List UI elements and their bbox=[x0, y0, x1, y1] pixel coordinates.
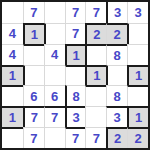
cell-r5c7[interactable] bbox=[127, 85, 148, 106]
cell-r5c5[interactable] bbox=[85, 85, 106, 106]
cell-r1c7[interactable]: 3 bbox=[127, 2, 148, 23]
cell-value: 3 bbox=[134, 6, 141, 19]
cell-value: 7 bbox=[51, 111, 58, 124]
cell-r4c6[interactable] bbox=[106, 65, 127, 86]
cell-value: 7 bbox=[72, 27, 79, 40]
cell-r6c6[interactable]: 3 bbox=[106, 106, 127, 127]
cell-r2c1[interactable]: 4 bbox=[2, 23, 23, 44]
cell-value: 1 bbox=[9, 111, 16, 124]
cell-r1c1[interactable] bbox=[2, 2, 23, 23]
cell-r2c6[interactable]: 2 bbox=[106, 23, 127, 44]
cell-value: 2 bbox=[93, 28, 100, 41]
puzzle-board: 77733417224418111668817733177722 bbox=[0, 0, 150, 150]
cell-value: 1 bbox=[9, 69, 16, 82]
cell-value: 1 bbox=[72, 49, 79, 62]
cell-r6c5[interactable] bbox=[85, 106, 106, 127]
cell-r2c3[interactable] bbox=[44, 23, 65, 44]
cell-r5c4[interactable]: 8 bbox=[65, 85, 86, 106]
cell-r1c3[interactable] bbox=[44, 2, 65, 23]
cell-value: 7 bbox=[30, 6, 37, 19]
cell-value: 8 bbox=[114, 49, 121, 62]
cell-value: 1 bbox=[93, 69, 100, 82]
cell-r1c2[interactable]: 7 bbox=[23, 2, 44, 23]
cell-value: 7 bbox=[72, 6, 79, 19]
cell-value: 4 bbox=[9, 48, 16, 61]
cell-r7c3[interactable] bbox=[44, 127, 65, 148]
cell-r5c6[interactable]: 8 bbox=[106, 85, 127, 106]
cell-value: 7 bbox=[30, 132, 37, 145]
cell-value: 4 bbox=[9, 27, 16, 40]
cell-value: 2 bbox=[114, 132, 121, 145]
cell-r4c4[interactable] bbox=[65, 65, 86, 86]
cell-r7c1[interactable] bbox=[2, 127, 23, 148]
cell-r3c5[interactable] bbox=[85, 44, 106, 65]
cell-value: 8 bbox=[72, 90, 79, 103]
cell-r7c7[interactable]: 2 bbox=[127, 127, 148, 148]
cell-r2c5[interactable]: 2 bbox=[85, 23, 106, 44]
cell-r5c2[interactable]: 6 bbox=[23, 85, 44, 106]
cell-value: 7 bbox=[93, 6, 100, 19]
cell-r6c1[interactable]: 1 bbox=[2, 106, 23, 127]
cell-r3c7[interactable] bbox=[127, 44, 148, 65]
cell-r1c5[interactable]: 7 bbox=[85, 2, 106, 23]
cell-value: 3 bbox=[72, 111, 79, 124]
cell-r4c7[interactable]: 1 bbox=[127, 65, 148, 86]
cell-value: 7 bbox=[93, 132, 100, 145]
cell-r3c4[interactable]: 1 bbox=[65, 44, 86, 65]
cell-r2c2[interactable]: 1 bbox=[23, 23, 44, 44]
cell-value: 3 bbox=[114, 111, 121, 124]
cell-value: 1 bbox=[135, 111, 142, 124]
cell-r7c2[interactable]: 7 bbox=[23, 127, 44, 148]
cell-value: 3 bbox=[114, 6, 121, 19]
cell-r1c6[interactable]: 3 bbox=[106, 2, 127, 23]
cell-r2c7[interactable] bbox=[127, 23, 148, 44]
cell-r6c3[interactable]: 7 bbox=[44, 106, 65, 127]
cell-r4c1[interactable]: 1 bbox=[2, 65, 23, 86]
cell-r3c2[interactable] bbox=[23, 44, 44, 65]
cell-r4c5[interactable]: 1 bbox=[85, 65, 106, 86]
cell-r6c7[interactable]: 1 bbox=[127, 106, 148, 127]
cell-r4c3[interactable] bbox=[44, 65, 65, 86]
cell-r2c4[interactable]: 7 bbox=[65, 23, 86, 44]
cell-r4c2[interactable] bbox=[23, 65, 44, 86]
cell-r7c4[interactable]: 7 bbox=[65, 127, 86, 148]
cell-value: 7 bbox=[31, 111, 38, 124]
cell-r6c4[interactable]: 3 bbox=[65, 106, 86, 127]
cell-value: 7 bbox=[72, 132, 79, 145]
cell-value: 6 bbox=[30, 90, 37, 103]
cell-value: 2 bbox=[114, 28, 121, 41]
cell-value: 2 bbox=[134, 132, 141, 145]
cell-r3c1[interactable]: 4 bbox=[2, 44, 23, 65]
cell-r3c3[interactable]: 4 bbox=[44, 44, 65, 65]
cell-r5c1[interactable] bbox=[2, 85, 23, 106]
cell-r1c4[interactable]: 7 bbox=[65, 2, 86, 23]
cell-value: 1 bbox=[135, 69, 142, 82]
cell-value: 6 bbox=[51, 90, 58, 103]
cell-r7c6[interactable]: 2 bbox=[106, 127, 127, 148]
cell-value: 4 bbox=[51, 48, 58, 61]
cell-r5c3[interactable]: 6 bbox=[44, 85, 65, 106]
cell-r7c5[interactable]: 7 bbox=[85, 127, 106, 148]
cell-r3c6[interactable]: 8 bbox=[106, 44, 127, 65]
cell-value: 8 bbox=[114, 90, 121, 103]
cell-r6c2[interactable]: 7 bbox=[23, 106, 44, 127]
cell-value: 1 bbox=[31, 28, 38, 41]
